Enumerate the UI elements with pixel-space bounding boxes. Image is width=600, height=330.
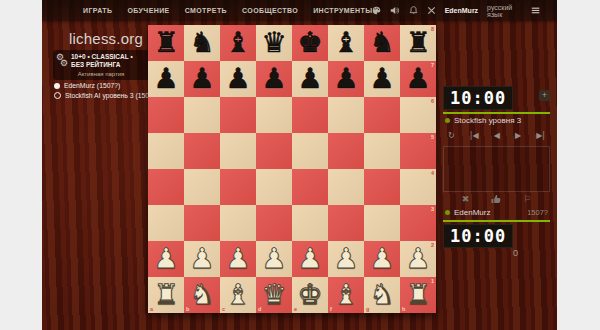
piece-white-knight[interactable]: ♞ [369,277,394,313]
square-h7[interactable]: ♟7 [400,61,436,97]
accent-line-bottom [443,220,550,222]
square-a2[interactable]: ♟ [148,241,184,277]
takeback-icon[interactable] [490,193,502,205]
hamburger-icon[interactable] [531,5,540,16]
square-c5[interactable] [220,133,256,169]
square-d7[interactable]: ♟ [256,61,292,97]
square-h4[interactable]: 4 [400,169,436,205]
square-e1[interactable]: ♚e [292,277,328,313]
rank-coordinate: 8 [431,26,434,32]
piece-black-rook[interactable]: ♜ [405,25,430,61]
piece-white-pawn[interactable]: ♟ [261,241,286,277]
square-e5[interactable] [292,133,328,169]
piece-white-bishop[interactable]: ♝ [225,277,250,313]
square-a8[interactable]: ♜ [148,25,184,61]
square-g5[interactable] [364,133,400,169]
square-a6[interactable] [148,97,184,133]
square-h6[interactable]: 6 [400,97,436,133]
nav-right-group: EdenMurz русский язык [372,4,540,18]
first-move-icon[interactable]: |◀ [470,131,479,140]
piece-black-pawn[interactable]: ♟ [333,61,358,97]
resign-flag-icon[interactable]: ⚐ [523,194,531,204]
rank-coordinate: 3 [431,206,434,212]
piece-black-bishop[interactable]: ♝ [333,25,358,61]
white-color-icon [54,83,60,89]
replay-icon[interactable]: ↻ [448,131,455,140]
file-coordinate: e [294,306,297,312]
square-c6[interactable] [220,97,256,133]
lichess-page: ИГРАТЬ ОБУЧЕНИЕ СМОТРЕТЬ СООБЩЕСТВО ИНСТ… [42,0,557,330]
piece-white-king[interactable]: ♚ [297,277,322,313]
square-b8[interactable]: ♞ [184,25,220,61]
square-a7[interactable]: ♟ [148,61,184,97]
square-a4[interactable] [148,169,184,205]
square-f6[interactable] [328,97,364,133]
white-player-label: EdenMurz (1507?) [64,82,120,89]
square-d6[interactable] [256,97,292,133]
rank-coordinate: 5 [431,134,434,140]
piece-white-rook[interactable]: ♜ [405,277,430,313]
piece-black-pawn[interactable]: ♟ [153,61,178,97]
spectator-count: 0 [513,248,518,258]
square-a5[interactable] [148,133,184,169]
black-player-label: Stockfish AI уровень 3 (1500) [65,92,155,99]
nav-tools[interactable]: ИНСТРУМЕНТЫ [313,7,372,14]
nav-watch[interactable]: СМОТРЕТЬ [185,7,227,14]
online-dot-icon [445,118,450,123]
piece-black-rook[interactable]: ♜ [153,25,178,61]
rank-coordinate: 6 [431,98,434,104]
square-c7[interactable]: ♟ [220,61,256,97]
square-d1[interactable]: ♛d [256,277,292,313]
players-list: EdenMurz (1507?) Stockfish AI уровень 3 … [54,82,155,99]
piece-black-pawn[interactable]: ♟ [369,61,394,97]
square-f2[interactable]: ♟ [328,241,364,277]
square-b1[interactable]: ♞b [184,277,220,313]
black-color-icon [54,92,61,99]
square-g3[interactable] [364,205,400,241]
square-c1[interactable]: ♝c [220,277,256,313]
lichess-logo[interactable]: lichess.org [54,30,158,47]
file-coordinate: a [150,306,153,312]
last-move-icon[interactable]: ▶| [536,131,545,140]
piece-white-pawn[interactable]: ♟ [405,241,430,277]
desktop-background: ИГРАТЬ ОБУЧЕНИЕ СМОТРЕТЬ СООБЩЕСТВО ИНСТ… [0,0,600,330]
challenge-icon[interactable] [427,5,436,16]
piece-white-bishop[interactable]: ♝ [333,277,358,313]
piece-black-pawn[interactable]: ♟ [225,61,250,97]
add-time-button[interactable]: + [539,90,550,101]
game-actions: ✖ ⚐ [443,193,550,205]
piece-black-pawn[interactable]: ♟ [405,61,430,97]
piece-white-knight[interactable]: ♞ [189,277,214,313]
file-coordinate: f [330,306,332,312]
file-coordinate: g [366,306,369,312]
square-c8[interactable]: ♝ [220,25,256,61]
square-e2[interactable]: ♟ [292,241,328,277]
square-f5[interactable] [328,133,364,169]
square-d8[interactable]: ♛ [256,25,292,61]
abort-icon[interactable]: ✖ [462,194,470,204]
move-list[interactable] [443,146,550,192]
square-g7[interactable]: ♟ [364,61,400,97]
piece-white-pawn[interactable]: ♟ [153,241,178,277]
square-h3[interactable]: 3 [400,205,436,241]
square-h8[interactable]: ♜8 [400,25,436,61]
piece-white-pawn[interactable]: ♟ [225,241,250,277]
square-c2[interactable]: ♟ [220,241,256,277]
square-g1[interactable]: ♞g [364,277,400,313]
square-b2[interactable]: ♟ [184,241,220,277]
square-f1[interactable]: ♝f [328,277,364,313]
square-g8[interactable]: ♞ [364,25,400,61]
square-d4[interactable] [256,169,292,205]
player-name[interactable]: EdenMurz [454,208,490,217]
chess-board[interactable]: ♜♞♝♛♚♝♞♜8♟♟♟♟♟♟♟♟76543♟♟♟♟♟♟♟♟2♜a♞b♝c♛d♚… [148,25,436,313]
accent-line-top [443,112,550,114]
square-b4[interactable] [184,169,220,205]
previous-move-icon[interactable]: ◀ [494,131,500,140]
square-b5[interactable] [184,133,220,169]
piece-black-pawn[interactable]: ♟ [189,61,214,97]
piece-black-knight[interactable]: ♞ [369,25,394,61]
square-e3[interactable] [292,205,328,241]
gear-icon: ⚙⚙ [56,53,71,69]
piece-black-bishop[interactable]: ♝ [225,25,250,61]
square-c4[interactable] [220,169,256,205]
player-row: EdenMurz 1507? [445,208,548,217]
square-f8[interactable]: ♝ [328,25,364,61]
bell-icon[interactable] [409,5,418,16]
square-b6[interactable] [184,97,220,133]
game-info-box: ⚙⚙ 10+0 • CLASSICAL • БЕЗ РЕЙТИНГА Актив… [53,50,150,80]
square-e4[interactable] [292,169,328,205]
square-f4[interactable] [328,169,364,205]
nav-community[interactable]: СООБЩЕСТВО [242,7,298,14]
rank-coordinate: 2 [431,242,434,248]
opponent-name[interactable]: Stockfish уровня 3 [454,116,521,125]
nav-learn[interactable]: ОБУЧЕНИЕ [127,7,169,14]
rank-coordinate: 1 [431,278,434,284]
square-h5[interactable]: 5 [400,133,436,169]
palette-icon[interactable] [372,5,381,16]
player-rating: 1507? [527,208,548,217]
square-b3[interactable] [184,205,220,241]
nav-play[interactable]: ИГРАТЬ [83,7,112,14]
piece-white-pawn[interactable]: ♟ [189,241,214,277]
square-c3[interactable] [220,205,256,241]
online-dot-icon [445,210,450,215]
square-a1[interactable]: ♜a [148,277,184,313]
opponent-row: Stockfish уровня 3 [445,116,548,125]
piece-white-pawn[interactable]: ♟ [333,241,358,277]
piece-black-pawn[interactable]: ♟ [297,61,322,97]
file-coordinate: b [186,306,189,312]
rank-coordinate: 7 [431,62,434,68]
square-g2[interactable]: ♟ [364,241,400,277]
sound-icon[interactable] [390,5,399,16]
game-status-label: Активная партия [56,71,146,77]
piece-white-pawn[interactable]: ♟ [297,241,322,277]
file-coordinate: c [222,306,225,312]
file-coordinate: h [402,306,405,312]
square-f7[interactable]: ♟ [328,61,364,97]
white-player-row: EdenMurz (1507?) [54,82,155,89]
square-e6[interactable] [292,97,328,133]
piece-black-knight[interactable]: ♞ [189,25,214,61]
square-g6[interactable] [364,97,400,133]
square-d2[interactable]: ♟ [256,241,292,277]
nav-language[interactable]: русский язык [487,4,522,18]
file-coordinate: d [258,306,261,312]
piece-white-pawn[interactable]: ♟ [369,241,394,277]
top-navigation: ИГРАТЬ ОБУЧЕНИЕ СМОТРЕТЬ СООБЩЕСТВО ИНСТ… [42,0,557,21]
square-d3[interactable] [256,205,292,241]
rank-coordinate: 4 [431,170,434,176]
nav-username[interactable]: EdenMurz [445,7,478,14]
square-d5[interactable] [256,133,292,169]
piece-white-queen[interactable]: ♛ [261,277,286,313]
game-setup-label: 10+0 • CLASSICAL • БЕЗ РЕЙТИНГА [71,53,146,69]
square-a3[interactable] [148,205,184,241]
square-e7[interactable]: ♟ [292,61,328,97]
square-b7[interactable]: ♟ [184,61,220,97]
piece-black-king[interactable]: ♚ [297,25,322,61]
square-f3[interactable] [328,205,364,241]
square-h1[interactable]: ♜1h [400,277,436,313]
square-e8[interactable]: ♚ [292,25,328,61]
replay-controls: ↻ |◀ ◀ ▶ ▶| [443,131,550,140]
player-clock: 10:00 [443,224,513,248]
piece-black-pawn[interactable]: ♟ [261,61,286,97]
piece-white-rook[interactable]: ♜ [153,277,178,313]
square-g4[interactable] [364,169,400,205]
next-move-icon[interactable]: ▶ [515,131,521,140]
opponent-clock: 10:00 [443,86,513,110]
piece-black-queen[interactable]: ♛ [261,25,286,61]
black-player-row: Stockfish AI уровень 3 (1500) [54,92,155,99]
square-h2[interactable]: ♟2 [400,241,436,277]
nav-menu: ИГРАТЬ ОБУЧЕНИЕ СМОТРЕТЬ СООБЩЕСТВО ИНСТ… [83,7,372,14]
